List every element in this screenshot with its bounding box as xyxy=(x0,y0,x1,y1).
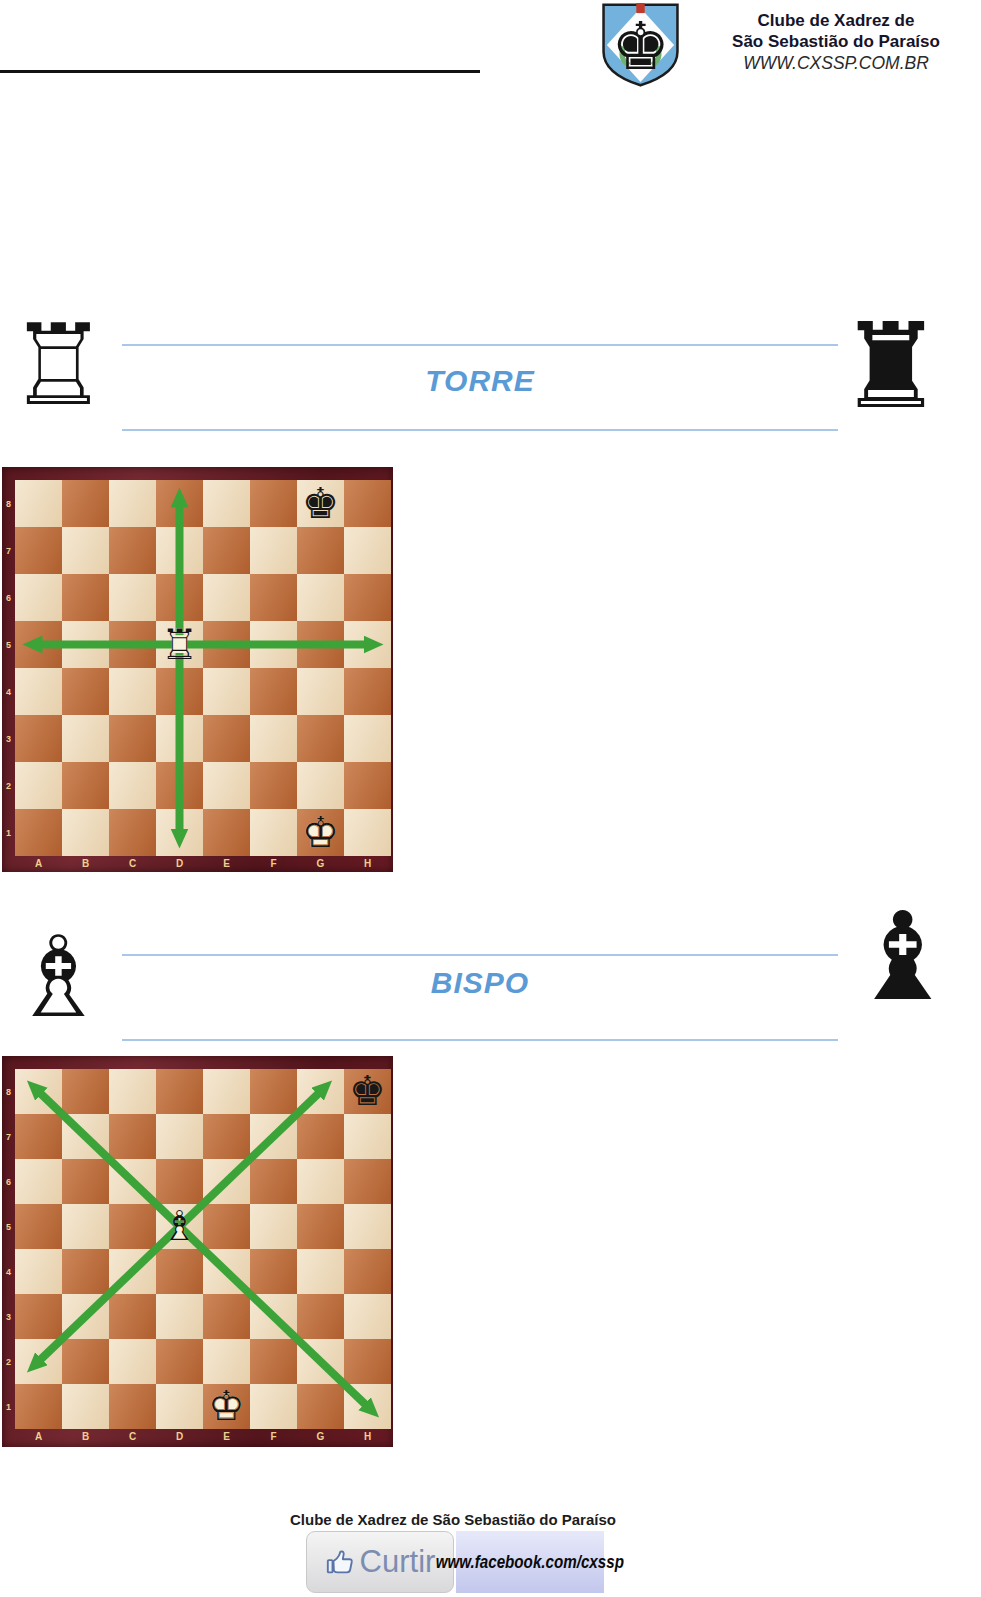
square-e1 xyxy=(203,809,250,856)
square-a1 xyxy=(15,1384,62,1429)
square-g2 xyxy=(297,1339,344,1384)
square-g1 xyxy=(297,1384,344,1429)
square-c1 xyxy=(109,1384,156,1429)
square-b5 xyxy=(62,1204,109,1249)
square-f1 xyxy=(250,809,297,856)
square-d7 xyxy=(156,527,203,574)
piece-outline-glyph: ♔ xyxy=(203,1384,250,1429)
square-g2 xyxy=(297,762,344,809)
white-bishop-icon: ♗ xyxy=(8,922,108,1034)
rank-label-5: 5 xyxy=(2,1204,15,1249)
facebook-url-label: www.facebook.com/cxssp xyxy=(436,1551,624,1573)
square-a3 xyxy=(15,715,62,762)
square-g5 xyxy=(297,1204,344,1249)
square-a6 xyxy=(15,574,62,621)
board-squares xyxy=(15,1069,391,1429)
square-d2 xyxy=(156,762,203,809)
club-name-line2: São Sebastião do Paraíso xyxy=(688,31,981,52)
file-label-e: E xyxy=(203,856,250,872)
black-king-h8: ♚ xyxy=(344,1069,391,1114)
square-g7 xyxy=(297,1114,344,1159)
square-b3 xyxy=(62,1294,109,1339)
header-divider-line xyxy=(0,70,480,73)
square-b1 xyxy=(62,1384,109,1429)
square-c6 xyxy=(109,1159,156,1204)
square-c8 xyxy=(109,1069,156,1114)
square-e7 xyxy=(203,527,250,574)
crest-king-icon: ♚ xyxy=(611,8,670,84)
rank-label-6: 6 xyxy=(2,574,15,621)
file-labels: ABCDEFGH xyxy=(15,856,391,872)
square-a6 xyxy=(15,1159,62,1204)
black-king-g8: ♚ xyxy=(297,480,344,527)
square-e6 xyxy=(203,574,250,621)
rank-label-7: 7 xyxy=(2,1114,15,1159)
square-h4 xyxy=(344,1249,391,1294)
square-c8 xyxy=(109,480,156,527)
piece-glyph: ♚ xyxy=(297,480,344,527)
square-h6 xyxy=(344,1159,391,1204)
square-a5 xyxy=(15,1204,62,1249)
square-g6 xyxy=(297,574,344,621)
square-f7 xyxy=(250,1114,297,1159)
square-a8 xyxy=(15,480,62,527)
square-d6 xyxy=(156,574,203,621)
file-label-g: G xyxy=(297,856,344,872)
square-b8 xyxy=(62,1069,109,1114)
square-c3 xyxy=(109,715,156,762)
square-e5 xyxy=(203,1204,250,1249)
square-b2 xyxy=(62,1339,109,1384)
rank-label-8: 8 xyxy=(2,480,15,527)
square-e3 xyxy=(203,1294,250,1339)
square-a4 xyxy=(15,1249,62,1294)
rank-label-3: 3 xyxy=(2,1294,15,1339)
square-g3 xyxy=(297,1294,344,1339)
white-bishop-d5: ♝♗ xyxy=(156,1204,203,1249)
square-f4 xyxy=(250,1249,297,1294)
torre-rule-bottom xyxy=(122,429,838,431)
square-b2 xyxy=(62,762,109,809)
file-label-b: B xyxy=(62,1429,109,1445)
square-f8 xyxy=(250,480,297,527)
square-c7 xyxy=(109,527,156,574)
square-f6 xyxy=(250,1159,297,1204)
square-e2 xyxy=(203,762,250,809)
square-f2 xyxy=(250,762,297,809)
square-h6 xyxy=(344,574,391,621)
file-label-f: F xyxy=(250,856,297,872)
square-c4 xyxy=(109,1249,156,1294)
bispo-rule-bottom xyxy=(122,1039,838,1041)
square-a8 xyxy=(15,1069,62,1114)
square-d3 xyxy=(156,1294,203,1339)
piece-glyph: ♚ xyxy=(344,1069,391,1114)
piece-outline-glyph: ♖ xyxy=(156,621,203,668)
white-king-g1: ♚♔ xyxy=(297,809,344,856)
rank-label-1: 1 xyxy=(2,809,15,856)
rank-label-6: 6 xyxy=(2,1159,15,1204)
rank-label-7: 7 xyxy=(2,527,15,574)
square-d8 xyxy=(156,480,203,527)
square-e8 xyxy=(203,1069,250,1114)
square-d1 xyxy=(156,1384,203,1429)
square-d4 xyxy=(156,668,203,715)
white-rook-d5: ♜♖ xyxy=(156,621,203,668)
square-h2 xyxy=(344,762,391,809)
square-f2 xyxy=(250,1339,297,1384)
square-b4 xyxy=(62,1249,109,1294)
square-e2 xyxy=(203,1339,250,1384)
square-e4 xyxy=(203,668,250,715)
square-a2 xyxy=(15,762,62,809)
square-h8 xyxy=(344,480,391,527)
square-c2 xyxy=(109,1339,156,1384)
square-e3 xyxy=(203,715,250,762)
file-label-h: H xyxy=(344,1429,391,1445)
rank-labels: 87654321 xyxy=(2,1069,15,1429)
square-f4 xyxy=(250,668,297,715)
square-d3 xyxy=(156,715,203,762)
square-a4 xyxy=(15,668,62,715)
rank-label-5: 5 xyxy=(2,621,15,668)
square-f7 xyxy=(250,527,297,574)
square-c3 xyxy=(109,1294,156,1339)
square-g6 xyxy=(297,1159,344,1204)
square-c5 xyxy=(109,621,156,668)
square-h3 xyxy=(344,715,391,762)
square-a5 xyxy=(15,621,62,668)
square-d4 xyxy=(156,1249,203,1294)
square-b6 xyxy=(62,1159,109,1204)
square-b6 xyxy=(62,574,109,621)
square-f6 xyxy=(250,574,297,621)
facebook-like-button[interactable]: Curtir xyxy=(306,1531,454,1593)
file-label-e: E xyxy=(203,1429,250,1445)
square-b8 xyxy=(62,480,109,527)
square-a2 xyxy=(15,1339,62,1384)
file-label-g: G xyxy=(297,1429,344,1445)
file-label-f: F xyxy=(250,1429,297,1445)
black-bishop-icon: ♝ xyxy=(848,896,957,1018)
square-c6 xyxy=(109,574,156,621)
square-e4 xyxy=(203,1249,250,1294)
file-labels: ABCDEFGH xyxy=(15,1429,391,1445)
square-f5 xyxy=(250,621,297,668)
square-b3 xyxy=(62,715,109,762)
file-label-d: D xyxy=(156,856,203,872)
square-h5 xyxy=(344,1204,391,1249)
square-h3 xyxy=(344,1294,391,1339)
square-g5 xyxy=(297,621,344,668)
square-b5 xyxy=(62,621,109,668)
piece-outline-glyph: ♔ xyxy=(297,809,344,856)
square-g8 xyxy=(297,1069,344,1114)
club-website: WWW.CXSSP.COM.BR xyxy=(688,52,981,74)
square-d7 xyxy=(156,1114,203,1159)
square-b7 xyxy=(62,1114,109,1159)
torre-rule-top xyxy=(122,344,838,346)
bispo-section-title: BISPO xyxy=(122,966,838,1000)
square-a1 xyxy=(15,809,62,856)
white-king-e1: ♚♔ xyxy=(203,1384,250,1429)
board-squares xyxy=(15,480,391,856)
club-header-text: Clube de Xadrez de São Sebastião do Para… xyxy=(688,10,981,74)
white-rook-icon: ♖ xyxy=(8,310,108,422)
thumbs-up-icon xyxy=(325,1547,355,1577)
file-label-c: C xyxy=(109,1429,156,1445)
square-f5 xyxy=(250,1204,297,1249)
square-h5 xyxy=(344,621,391,668)
rank-label-2: 2 xyxy=(2,762,15,809)
like-button-label: Curtir xyxy=(360,1544,436,1580)
square-a3 xyxy=(15,1294,62,1339)
square-f1 xyxy=(250,1384,297,1429)
square-d2 xyxy=(156,1339,203,1384)
square-a7 xyxy=(15,527,62,574)
square-b4 xyxy=(62,668,109,715)
rank-label-1: 1 xyxy=(2,1384,15,1429)
bishop-movement-board: 87654321ABCDEFGH♚♝♗♚♔ xyxy=(2,1056,393,1447)
square-c4 xyxy=(109,668,156,715)
rank-labels: 87654321 xyxy=(2,480,15,856)
rank-label-8: 8 xyxy=(2,1069,15,1114)
page: ♚ Clube de Xadrez de São Sebastião do Pa… xyxy=(0,0,981,1597)
file-label-a: A xyxy=(15,856,62,872)
square-a7 xyxy=(15,1114,62,1159)
square-g7 xyxy=(297,527,344,574)
square-e6 xyxy=(203,1159,250,1204)
square-f3 xyxy=(250,715,297,762)
file-label-c: C xyxy=(109,856,156,872)
square-c7 xyxy=(109,1114,156,1159)
file-label-h: H xyxy=(344,856,391,872)
black-rook-icon: ♜ xyxy=(838,307,944,425)
square-h1 xyxy=(344,1384,391,1429)
piece-outline-glyph: ♗ xyxy=(156,1204,203,1249)
square-g4 xyxy=(297,1249,344,1294)
file-label-a: A xyxy=(15,1429,62,1445)
rank-label-4: 4 xyxy=(2,1249,15,1294)
footer-club-name: Clube de Xadrez de São Sebastião do Para… xyxy=(262,1511,644,1528)
square-f8 xyxy=(250,1069,297,1114)
square-h7 xyxy=(344,1114,391,1159)
square-e8 xyxy=(203,480,250,527)
club-name-line1: Clube de Xadrez de xyxy=(688,10,981,31)
square-d6 xyxy=(156,1159,203,1204)
square-g3 xyxy=(297,715,344,762)
square-c5 xyxy=(109,1204,156,1249)
rank-label-4: 4 xyxy=(2,668,15,715)
square-d8 xyxy=(156,1069,203,1114)
rank-label-2: 2 xyxy=(2,1339,15,1384)
square-b7 xyxy=(62,527,109,574)
file-label-d: D xyxy=(156,1429,203,1445)
bispo-rule-top xyxy=(122,954,838,956)
square-h1 xyxy=(344,809,391,856)
square-e5 xyxy=(203,621,250,668)
square-e7 xyxy=(203,1114,250,1159)
torre-section-title: TORRE xyxy=(122,364,838,398)
square-h4 xyxy=(344,668,391,715)
rook-movement-board: 87654321ABCDEFGH♚♜♖♚♔ xyxy=(2,467,393,872)
square-g4 xyxy=(297,668,344,715)
square-h7 xyxy=(344,527,391,574)
square-h2 xyxy=(344,1339,391,1384)
square-d1 xyxy=(156,809,203,856)
file-label-b: B xyxy=(62,856,109,872)
rank-label-3: 3 xyxy=(2,715,15,762)
square-f3 xyxy=(250,1294,297,1339)
square-b1 xyxy=(62,809,109,856)
club-crest-logo: ♚ xyxy=(598,3,683,87)
square-c1 xyxy=(109,809,156,856)
facebook-url-banner[interactable]: www.facebook.com/cxssp xyxy=(456,1531,604,1593)
square-c2 xyxy=(109,762,156,809)
